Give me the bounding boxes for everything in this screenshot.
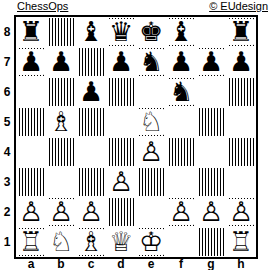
white-knight: ♘ xyxy=(137,109,165,135)
square-e3 xyxy=(136,167,166,197)
square-d2 xyxy=(106,197,136,227)
black-pawn: ♟ xyxy=(109,49,133,75)
square-e6 xyxy=(136,77,166,107)
file-labels: abcdefgh xyxy=(16,259,256,270)
black-pawn: ♟ xyxy=(17,49,45,75)
square-a6 xyxy=(16,77,46,107)
white-bishop: ♗ xyxy=(77,229,105,255)
white-rook: ♖ xyxy=(17,229,45,255)
square-b2: ♙ xyxy=(46,197,76,227)
square-a2: ♙ xyxy=(16,197,46,227)
square-b4 xyxy=(46,137,76,167)
square-h3 xyxy=(226,167,256,197)
square-h5 xyxy=(226,107,256,137)
square-e5: ♘ xyxy=(136,107,166,137)
white-pawn: ♙ xyxy=(139,139,163,165)
square-e8: ♚ xyxy=(136,17,166,47)
square-h4 xyxy=(226,137,256,167)
rank-label-6: 6 xyxy=(0,77,14,107)
square-b1: ♘ xyxy=(46,227,76,257)
rank-label-7: 7 xyxy=(0,47,14,77)
square-a4 xyxy=(16,137,46,167)
white-queen: ♕ xyxy=(109,229,133,255)
white-pawn: ♙ xyxy=(167,199,195,225)
black-pawn: ♟ xyxy=(229,49,253,75)
square-c2: ♙ xyxy=(76,197,106,227)
square-h6 xyxy=(226,77,256,107)
white-bishop: ♗ xyxy=(49,109,73,135)
square-a8: ♜ xyxy=(16,17,46,47)
white-pawn: ♙ xyxy=(19,199,43,225)
white-pawn: ♙ xyxy=(227,199,255,225)
square-d5 xyxy=(106,107,136,137)
rank-label-8: 8 xyxy=(0,17,14,47)
square-c3 xyxy=(76,167,106,197)
square-c4 xyxy=(76,137,106,167)
square-g1 xyxy=(196,227,226,257)
board-area: 87654321 ♜♝♛♚♝♜♟♟♟♞♟♟♟♟♞♗♘♙♙♙♙♙♙♙♙♖♘♗♕♔♖ xyxy=(0,15,270,259)
square-a7: ♟ xyxy=(16,47,46,77)
square-c8: ♝ xyxy=(76,17,106,47)
square-e1: ♔ xyxy=(136,227,166,257)
square-f2: ♙ xyxy=(166,197,196,227)
file-label-d: d xyxy=(106,259,136,270)
square-f6: ♞ xyxy=(166,77,196,107)
square-f4 xyxy=(166,137,196,167)
file-label-h: h xyxy=(226,259,256,270)
file-label-e: e xyxy=(136,259,166,270)
square-c1: ♗ xyxy=(76,227,106,257)
square-d3: ♙ xyxy=(106,167,136,197)
rank-label-4: 4 xyxy=(0,137,14,167)
square-g6 xyxy=(196,77,226,107)
square-b3 xyxy=(46,167,76,197)
white-pawn: ♙ xyxy=(47,199,75,225)
file-label-c: c xyxy=(76,259,106,270)
square-g8 xyxy=(196,17,226,47)
square-h8: ♜ xyxy=(226,17,256,47)
file-label-b: b xyxy=(46,259,76,270)
square-f1 xyxy=(166,227,196,257)
square-g3 xyxy=(196,167,226,197)
rank-labels: 87654321 xyxy=(0,15,14,259)
square-b7: ♟ xyxy=(46,47,76,77)
square-a1: ♖ xyxy=(16,227,46,257)
black-bishop: ♝ xyxy=(79,19,103,45)
black-bishop: ♝ xyxy=(167,19,195,45)
white-king: ♔ xyxy=(137,229,165,255)
file-label-f: f xyxy=(166,259,196,270)
chessops-diagram: ChessOps © EUdesign 87654321 ♜♝♛♚♝♜♟♟♟♞♟… xyxy=(0,0,270,270)
black-knight: ♞ xyxy=(137,49,165,75)
white-pawn: ♙ xyxy=(199,199,223,225)
square-h1: ♖ xyxy=(226,227,256,257)
square-g7: ♟ xyxy=(196,47,226,77)
black-queen: ♛ xyxy=(107,19,135,45)
square-d1: ♕ xyxy=(106,227,136,257)
rank-label-1: 1 xyxy=(0,227,14,257)
square-g4 xyxy=(196,137,226,167)
white-knight: ♘ xyxy=(49,229,73,255)
square-e2 xyxy=(136,197,166,227)
black-knight: ♞ xyxy=(167,79,195,105)
square-f8: ♝ xyxy=(166,17,196,47)
black-rook: ♜ xyxy=(19,19,43,45)
black-pawn: ♟ xyxy=(49,49,73,75)
black-king: ♚ xyxy=(139,19,163,45)
square-h7: ♟ xyxy=(226,47,256,77)
square-g5 xyxy=(196,107,226,137)
rank-label-2: 2 xyxy=(0,197,14,227)
square-b5: ♗ xyxy=(46,107,76,137)
square-e4: ♙ xyxy=(136,137,166,167)
chess-board: ♜♝♛♚♝♜♟♟♟♞♟♟♟♟♞♗♘♙♙♙♙♙♙♙♙♖♘♗♕♔♖ xyxy=(14,15,258,259)
app-title-link[interactable]: ChessOps xyxy=(17,0,68,13)
square-b6 xyxy=(46,77,76,107)
rank-label-5: 5 xyxy=(0,107,14,137)
square-d7: ♟ xyxy=(106,47,136,77)
square-a3 xyxy=(16,167,46,197)
white-pawn: ♙ xyxy=(79,199,103,225)
square-c7 xyxy=(76,47,106,77)
rank-label-3: 3 xyxy=(0,167,14,197)
square-b8 xyxy=(46,17,76,47)
square-g2: ♙ xyxy=(196,197,226,227)
file-label-g: g xyxy=(196,259,226,270)
square-d8: ♛ xyxy=(106,17,136,47)
square-e7: ♞ xyxy=(136,47,166,77)
square-c6: ♟ xyxy=(76,77,106,107)
black-rook: ♜ xyxy=(227,19,255,45)
square-d6 xyxy=(106,77,136,107)
square-f5 xyxy=(166,107,196,137)
copyright-link[interactable]: © EUdesign xyxy=(209,0,268,13)
square-h2: ♙ xyxy=(226,197,256,227)
square-f7: ♟ xyxy=(166,47,196,77)
header-bar: ChessOps © EUdesign xyxy=(0,0,270,15)
black-pawn: ♟ xyxy=(79,79,103,105)
square-c5 xyxy=(76,107,106,137)
file-label-a: a xyxy=(16,259,46,270)
square-d4 xyxy=(106,137,136,167)
black-pawn: ♟ xyxy=(169,49,193,75)
white-pawn: ♙ xyxy=(109,169,133,195)
white-rook: ♖ xyxy=(229,229,253,255)
square-a5 xyxy=(16,107,46,137)
black-pawn: ♟ xyxy=(197,49,225,75)
square-f3 xyxy=(166,167,196,197)
